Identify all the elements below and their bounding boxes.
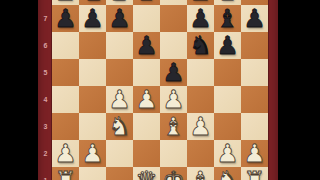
white-pawn-f3[interactable]: ♟ [187,113,214,140]
square-g3[interactable] [214,113,241,140]
square-a6[interactable] [52,32,79,59]
black-pawn-c7[interactable]: ♟ [106,5,133,32]
white-pawn-b2[interactable]: ♟ [79,140,106,167]
video-frame: ♜♞♝♛♜♚♟♟♟♟♝♟♟♞♟♟♟♟♟♞♝♟♟♟♟♟♜♛♚♝♞♜87654321 [0,0,320,180]
black-pawn-e5[interactable]: ♟ [160,59,187,86]
white-pawn-c4[interactable]: ♟ [106,86,133,113]
square-e2[interactable] [160,140,187,167]
white-pawn-h2[interactable]: ♟ [241,140,268,167]
square-h4[interactable] [241,86,268,113]
square-e7[interactable] [160,5,187,32]
white-rook-a1[interactable]: ♜ [52,167,79,180]
white-queen-d1[interactable]: ♛ [133,167,160,180]
square-g5[interactable] [214,59,241,86]
white-pawn-e4[interactable]: ♟ [160,86,187,113]
black-bishop-g7[interactable]: ♝ [214,5,241,32]
square-f4[interactable] [187,86,214,113]
black-pawn-a7[interactable]: ♟ [52,5,79,32]
square-b5[interactable] [79,59,106,86]
white-rook-h1[interactable]: ♜ [241,167,268,180]
white-pawn-d4[interactable]: ♟ [133,86,160,113]
black-queen-d8[interactable]: ♛ [133,0,160,5]
square-b1[interactable] [79,167,106,180]
rank-label-4: 4 [41,86,50,113]
square-b3[interactable] [79,113,106,140]
square-a4[interactable] [52,86,79,113]
square-b4[interactable] [79,86,106,113]
white-pawn-a2[interactable]: ♟ [52,140,79,167]
square-c1[interactable] [106,167,133,180]
square-a3[interactable] [52,113,79,140]
black-pawn-h7[interactable]: ♟ [241,5,268,32]
square-f5[interactable] [187,59,214,86]
black-knight-f6[interactable]: ♞ [187,32,214,59]
black-pawn-f7[interactable]: ♟ [187,5,214,32]
rank-label-6: 6 [41,32,50,59]
square-c5[interactable] [106,59,133,86]
black-pawn-b7[interactable]: ♟ [79,5,106,32]
square-a5[interactable] [52,59,79,86]
rank-label-1: 1 [41,167,50,180]
square-c2[interactable] [106,140,133,167]
rank-label-3: 3 [41,113,50,140]
white-knight-c3[interactable]: ♞ [106,113,133,140]
black-pawn-d6[interactable]: ♟ [133,32,160,59]
white-knight-g1[interactable]: ♞ [214,167,241,180]
white-bishop-e3[interactable]: ♝ [160,113,187,140]
square-b6[interactable] [79,32,106,59]
white-bishop-f1[interactable]: ♝ [187,167,214,180]
square-d3[interactable] [133,113,160,140]
rank-label-2: 2 [41,140,50,167]
square-c6[interactable] [106,32,133,59]
square-f2[interactable] [187,140,214,167]
square-d7[interactable] [133,5,160,32]
white-king-e1[interactable]: ♚ [160,167,187,180]
rank-label-7: 7 [41,5,50,32]
black-pawn-g6[interactable]: ♟ [214,32,241,59]
square-h6[interactable] [241,32,268,59]
square-e6[interactable] [160,32,187,59]
square-h5[interactable] [241,59,268,86]
square-g4[interactable] [214,86,241,113]
square-d2[interactable] [133,140,160,167]
square-h3[interactable] [241,113,268,140]
square-d5[interactable] [133,59,160,86]
rank-label-5: 5 [41,59,50,86]
white-pawn-g2[interactable]: ♟ [214,140,241,167]
